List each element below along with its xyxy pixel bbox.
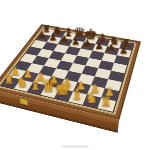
piece-black-knight: ♞ <box>109 35 119 46</box>
brass-clasp <box>19 97 29 106</box>
square-b5 <box>37 49 53 58</box>
piece-black-knight: ♞ <box>52 25 62 36</box>
square-g2: ♟ <box>87 85 105 98</box>
piece-white-pawn: ♟ <box>104 86 114 97</box>
watermark <box>61 145 89 148</box>
piece-black-bishop: ♝ <box>97 32 108 44</box>
chess-box: ♜♞♝♛♚♝♞♜♟♟♟♟♟♟♟♟♟♟♟♟♟♟♟♟♜♞♝♛♚♝♞♜ <box>0 24 141 120</box>
product-photo: ♜♞♝♛♚♝♞♜♟♟♟♟♟♟♟♟♟♟♟♟♟♟♟♟♜♞♝♛♚♝♞♜ <box>0 0 150 150</box>
photo-scene: ♜♞♝♛♚♝♞♜♟♟♟♟♟♟♟♟♟♟♟♟♟♟♟♟♜♞♝♛♚♝♞♜ <box>0 0 150 150</box>
piece-black-bishop: ♝ <box>63 26 73 38</box>
piece-white-pawn: ♟ <box>76 80 86 91</box>
